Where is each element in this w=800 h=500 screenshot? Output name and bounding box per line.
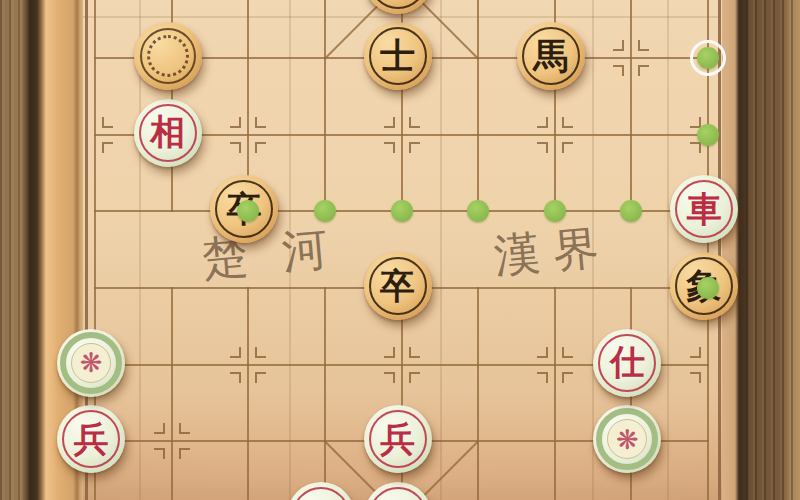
point-marker bbox=[230, 117, 241, 128]
piece-red-相[interactable]: 相 bbox=[134, 99, 202, 167]
capture-hint-dot[interactable] bbox=[237, 200, 259, 222]
piece-red-partial[interactable] bbox=[287, 482, 355, 500]
point-marker bbox=[255, 142, 266, 153]
xiangqi-app-screen: 士馬相卒車卒象❋仕兵兵❋ 楚河 漢界 bbox=[0, 0, 800, 500]
point-marker bbox=[409, 347, 420, 358]
piece-black-hidden[interactable] bbox=[134, 22, 202, 90]
point-marker bbox=[255, 347, 266, 358]
piece-red-partial[interactable] bbox=[364, 482, 432, 500]
piece-glyph: 仕 bbox=[593, 329, 661, 397]
grid-line bbox=[324, 0, 326, 212]
piece-glyph: 馬 bbox=[517, 22, 585, 90]
piece-glyph: 兵 bbox=[364, 405, 432, 473]
point-marker bbox=[562, 372, 573, 383]
point-marker bbox=[102, 142, 113, 153]
point-marker bbox=[613, 65, 624, 76]
piece-glyph: 兵 bbox=[57, 405, 125, 473]
move-hint-dot[interactable] bbox=[391, 200, 413, 222]
point-marker bbox=[562, 142, 573, 153]
point-marker bbox=[537, 142, 548, 153]
point-marker bbox=[613, 40, 624, 51]
point-marker bbox=[638, 65, 649, 76]
board-border-line bbox=[718, 0, 721, 500]
wood-frame-right bbox=[722, 0, 800, 500]
point-marker bbox=[537, 347, 548, 358]
piece-red-兵[interactable]: 兵 bbox=[364, 405, 432, 473]
point-marker bbox=[179, 423, 190, 434]
river-label-han-jie: 漢界 bbox=[492, 216, 615, 288]
piece-black-卒[interactable]: 卒 bbox=[364, 252, 432, 320]
grid-line bbox=[630, 0, 632, 212]
point-marker bbox=[154, 448, 165, 459]
point-marker bbox=[537, 372, 548, 383]
point-marker bbox=[384, 347, 395, 358]
point-marker bbox=[562, 347, 573, 358]
move-hint-dot[interactable] bbox=[697, 47, 719, 69]
move-hint-dot[interactable] bbox=[314, 200, 336, 222]
point-marker bbox=[638, 40, 649, 51]
point-marker bbox=[154, 423, 165, 434]
point-marker bbox=[179, 448, 190, 459]
point-marker bbox=[384, 117, 395, 128]
point-marker bbox=[384, 372, 395, 383]
point-marker bbox=[230, 347, 241, 358]
point-marker bbox=[409, 372, 420, 383]
point-marker bbox=[102, 117, 113, 128]
point-marker bbox=[255, 372, 266, 383]
flower-back-icon: ❋ bbox=[593, 405, 661, 473]
point-marker bbox=[409, 142, 420, 153]
grid-line bbox=[477, 287, 479, 500]
move-hint-dot[interactable] bbox=[544, 200, 566, 222]
piece-red-hidden[interactable]: ❋ bbox=[57, 329, 125, 397]
point-marker bbox=[562, 117, 573, 128]
piece-red-車[interactable]: 車 bbox=[670, 175, 738, 243]
grid-line bbox=[171, 287, 173, 500]
point-marker bbox=[230, 142, 241, 153]
move-hint-dot[interactable] bbox=[697, 124, 719, 146]
move-hint-dot[interactable] bbox=[467, 200, 489, 222]
grid-line bbox=[477, 0, 479, 212]
piece-glyph: 士 bbox=[364, 22, 432, 90]
point-marker bbox=[690, 142, 701, 153]
xiangqi-board[interactable]: 士馬相卒車卒象❋仕兵兵❋ bbox=[0, 0, 800, 500]
piece-red-仕[interactable]: 仕 bbox=[593, 329, 661, 397]
grid-line bbox=[247, 287, 249, 500]
board-plank-seam bbox=[667, 0, 669, 500]
point-marker bbox=[690, 347, 701, 358]
point-marker bbox=[690, 372, 701, 383]
piece-red-hidden[interactable]: ❋ bbox=[593, 405, 661, 473]
flower-back-icon: ❋ bbox=[57, 329, 125, 397]
piece-black-馬[interactable]: 馬 bbox=[517, 22, 585, 90]
capture-hint-dot[interactable] bbox=[697, 277, 719, 299]
grid-line bbox=[324, 287, 326, 500]
piece-black-士[interactable]: 士 bbox=[364, 22, 432, 90]
point-marker bbox=[384, 142, 395, 153]
board-plank-seam bbox=[440, 0, 442, 500]
point-marker bbox=[537, 117, 548, 128]
point-marker bbox=[230, 372, 241, 383]
point-marker bbox=[409, 117, 420, 128]
piece-red-兵[interactable]: 兵 bbox=[57, 405, 125, 473]
piece-glyph: 相 bbox=[134, 99, 202, 167]
move-hint-dot[interactable] bbox=[620, 200, 642, 222]
point-marker bbox=[255, 117, 266, 128]
grid-line bbox=[554, 287, 556, 500]
piece-glyph: 車 bbox=[670, 175, 738, 243]
piece-glyph: 卒 bbox=[364, 252, 432, 320]
